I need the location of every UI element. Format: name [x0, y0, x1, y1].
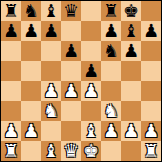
square-e4[interactable]: ♟	[81, 81, 101, 101]
square-e5[interactable]: ♟	[81, 61, 101, 81]
square-f1[interactable]	[101, 141, 121, 161]
square-d2[interactable]	[61, 121, 81, 141]
piece-white-pawn[interactable]: ♟	[103, 121, 119, 141]
square-a5[interactable]	[1, 61, 21, 81]
piece-black-pawn[interactable]: ♟	[43, 21, 59, 41]
square-b8[interactable]: ♞	[21, 1, 41, 21]
square-e6[interactable]	[81, 41, 101, 61]
square-f4[interactable]	[101, 81, 121, 101]
square-e1[interactable]: ♚	[81, 141, 101, 161]
square-d8[interactable]: ♛	[61, 1, 81, 21]
square-c1[interactable]: ♝	[41, 141, 61, 161]
square-b5[interactable]	[21, 61, 41, 81]
square-a1[interactable]: ♜	[1, 141, 21, 161]
square-a4[interactable]	[1, 81, 21, 101]
square-h2[interactable]: ♟	[141, 121, 161, 141]
square-g8[interactable]: ♚	[121, 1, 141, 21]
piece-white-bishop[interactable]: ♝	[83, 121, 99, 141]
piece-black-rook[interactable]: ♜	[103, 1, 119, 21]
piece-white-pawn[interactable]: ♟	[63, 81, 79, 101]
square-b4[interactable]	[21, 81, 41, 101]
square-g6[interactable]: ♟	[121, 41, 141, 61]
square-h4[interactable]	[141, 81, 161, 101]
piece-black-pawn[interactable]: ♟	[63, 41, 79, 61]
piece-black-pawn[interactable]: ♟	[83, 61, 99, 81]
square-g2[interactable]: ♟	[121, 121, 141, 141]
square-f2[interactable]: ♟	[101, 121, 121, 141]
square-f8[interactable]: ♜	[101, 1, 121, 21]
square-e3[interactable]	[81, 101, 101, 121]
piece-white-rook[interactable]: ♜	[143, 141, 159, 161]
piece-black-knight[interactable]: ♞	[103, 41, 119, 61]
piece-white-pawn[interactable]: ♟	[23, 121, 39, 141]
square-d4[interactable]: ♟	[61, 81, 81, 101]
square-f6[interactable]: ♞	[101, 41, 121, 61]
square-f5[interactable]	[101, 61, 121, 81]
square-e7[interactable]	[81, 21, 101, 41]
square-h5[interactable]	[141, 61, 161, 81]
piece-white-pawn[interactable]: ♟	[3, 121, 19, 141]
square-b6[interactable]	[21, 41, 41, 61]
square-c7[interactable]: ♟	[41, 21, 61, 41]
piece-black-queen[interactable]: ♛	[63, 1, 79, 21]
square-c2[interactable]	[41, 121, 61, 141]
piece-black-pawn[interactable]: ♟	[23, 21, 39, 41]
square-h7[interactable]: ♟	[141, 21, 161, 41]
piece-black-pawn[interactable]: ♟	[143, 21, 159, 41]
square-d6[interactable]: ♟	[61, 41, 81, 61]
square-h8[interactable]	[141, 1, 161, 21]
square-a2[interactable]: ♟	[1, 121, 21, 141]
square-c8[interactable]: ♝	[41, 1, 61, 21]
piece-white-pawn[interactable]: ♟	[123, 121, 139, 141]
piece-white-king[interactable]: ♚	[83, 141, 99, 161]
square-d3[interactable]	[61, 101, 81, 121]
piece-black-pawn[interactable]: ♟	[103, 21, 119, 41]
square-g5[interactable]	[121, 61, 141, 81]
piece-white-queen[interactable]: ♛	[63, 141, 79, 161]
piece-black-knight[interactable]: ♞	[23, 1, 39, 21]
square-c3[interactable]: ♞	[41, 101, 61, 121]
square-g3[interactable]	[121, 101, 141, 121]
piece-black-king[interactable]: ♚	[123, 1, 139, 21]
square-d5[interactable]	[61, 61, 81, 81]
piece-black-bishop[interactable]: ♝	[123, 21, 139, 41]
piece-white-knight[interactable]: ♞	[103, 101, 119, 121]
square-g7[interactable]: ♝	[121, 21, 141, 41]
square-b3[interactable]	[21, 101, 41, 121]
piece-white-pawn[interactable]: ♟	[43, 81, 59, 101]
square-f3[interactable]: ♞	[101, 101, 121, 121]
square-h1[interactable]: ♜	[141, 141, 161, 161]
piece-black-rook[interactable]: ♜	[3, 1, 19, 21]
piece-black-bishop[interactable]: ♝	[43, 1, 59, 21]
square-d1[interactable]: ♛	[61, 141, 81, 161]
square-e2[interactable]: ♝	[81, 121, 101, 141]
chess-board: ♜♞♝♛♜♚♟♟♟♟♝♟♟♞♟♟♟♟♟♞♞♟♟♝♟♟♟♜♝♛♚♜	[0, 0, 162, 162]
piece-white-bishop[interactable]: ♝	[43, 141, 59, 161]
square-a8[interactable]: ♜	[1, 1, 21, 21]
square-c4[interactable]: ♟	[41, 81, 61, 101]
square-b1[interactable]	[21, 141, 41, 161]
piece-white-knight[interactable]: ♞	[43, 101, 59, 121]
square-a3[interactable]	[1, 101, 21, 121]
piece-white-pawn[interactable]: ♟	[143, 121, 159, 141]
square-g1[interactable]	[121, 141, 141, 161]
piece-white-pawn[interactable]: ♟	[83, 81, 99, 101]
square-e8[interactable]	[81, 1, 101, 21]
square-b7[interactable]: ♟	[21, 21, 41, 41]
square-a6[interactable]	[1, 41, 21, 61]
square-c6[interactable]	[41, 41, 61, 61]
piece-white-rook[interactable]: ♜	[3, 141, 19, 161]
square-c5[interactable]	[41, 61, 61, 81]
square-h6[interactable]	[141, 41, 161, 61]
square-b2[interactable]: ♟	[21, 121, 41, 141]
square-h3[interactable]	[141, 101, 161, 121]
square-d7[interactable]	[61, 21, 81, 41]
piece-black-pawn[interactable]: ♟	[3, 21, 19, 41]
square-f7[interactable]: ♟	[101, 21, 121, 41]
square-g4[interactable]	[121, 81, 141, 101]
square-a7[interactable]: ♟	[1, 21, 21, 41]
piece-black-pawn[interactable]: ♟	[123, 41, 139, 61]
